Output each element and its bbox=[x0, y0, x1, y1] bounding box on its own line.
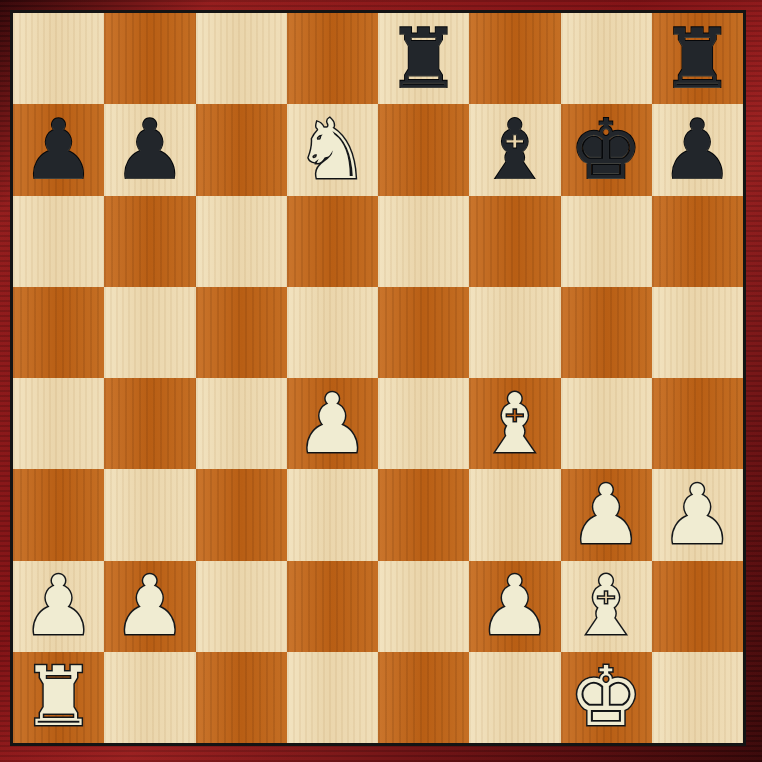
square-b3[interactable] bbox=[104, 469, 195, 560]
square-b7[interactable]: ♟ bbox=[104, 104, 195, 195]
white-pawn-icon: ♟ bbox=[296, 383, 370, 465]
square-h1[interactable] bbox=[652, 652, 743, 743]
white-bishop-icon: ♝ bbox=[478, 383, 552, 465]
square-g8[interactable] bbox=[561, 13, 652, 104]
white-bishop-icon: ♝ bbox=[569, 565, 643, 647]
chess-board: ♜♜♟♟♞♝♚♟♟♝♟♟♟♟♟♝♜♚ bbox=[10, 10, 746, 746]
square-c3[interactable] bbox=[196, 469, 287, 560]
square-e3[interactable] bbox=[378, 469, 469, 560]
black-rook-icon: ♜ bbox=[387, 18, 461, 100]
black-pawn-icon: ♟ bbox=[661, 109, 735, 191]
square-b6[interactable] bbox=[104, 196, 195, 287]
white-knight-icon: ♞ bbox=[296, 109, 370, 191]
square-f1[interactable] bbox=[469, 652, 560, 743]
square-a3[interactable] bbox=[13, 469, 104, 560]
square-d8[interactable] bbox=[287, 13, 378, 104]
square-d2[interactable] bbox=[287, 561, 378, 652]
square-h5[interactable] bbox=[652, 287, 743, 378]
square-d1[interactable] bbox=[287, 652, 378, 743]
square-a2[interactable]: ♟ bbox=[13, 561, 104, 652]
square-e5[interactable] bbox=[378, 287, 469, 378]
square-c8[interactable] bbox=[196, 13, 287, 104]
square-g7[interactable]: ♚ bbox=[561, 104, 652, 195]
black-pawn-icon: ♟ bbox=[113, 109, 187, 191]
square-c4[interactable] bbox=[196, 378, 287, 469]
square-a8[interactable] bbox=[13, 13, 104, 104]
square-h2[interactable] bbox=[652, 561, 743, 652]
square-c7[interactable] bbox=[196, 104, 287, 195]
square-a1[interactable]: ♜ bbox=[13, 652, 104, 743]
white-pawn-icon: ♟ bbox=[113, 565, 187, 647]
square-d3[interactable] bbox=[287, 469, 378, 560]
square-c5[interactable] bbox=[196, 287, 287, 378]
white-pawn-icon: ♟ bbox=[569, 474, 643, 556]
square-b1[interactable] bbox=[104, 652, 195, 743]
square-b8[interactable] bbox=[104, 13, 195, 104]
square-f4[interactable]: ♝ bbox=[469, 378, 560, 469]
black-pawn-icon: ♟ bbox=[22, 109, 96, 191]
square-b2[interactable]: ♟ bbox=[104, 561, 195, 652]
square-h3[interactable]: ♟ bbox=[652, 469, 743, 560]
black-king-icon: ♚ bbox=[569, 109, 643, 191]
square-g4[interactable] bbox=[561, 378, 652, 469]
square-c2[interactable] bbox=[196, 561, 287, 652]
square-e8[interactable]: ♜ bbox=[378, 13, 469, 104]
square-g2[interactable]: ♝ bbox=[561, 561, 652, 652]
black-bishop-icon: ♝ bbox=[478, 109, 552, 191]
square-e4[interactable] bbox=[378, 378, 469, 469]
square-c6[interactable] bbox=[196, 196, 287, 287]
square-f8[interactable] bbox=[469, 13, 560, 104]
white-king-icon: ♚ bbox=[569, 656, 643, 738]
white-rook-icon: ♜ bbox=[22, 656, 96, 738]
square-d6[interactable] bbox=[287, 196, 378, 287]
square-c1[interactable] bbox=[196, 652, 287, 743]
square-b5[interactable] bbox=[104, 287, 195, 378]
square-f2[interactable]: ♟ bbox=[469, 561, 560, 652]
square-f5[interactable] bbox=[469, 287, 560, 378]
square-h8[interactable]: ♜ bbox=[652, 13, 743, 104]
white-pawn-icon: ♟ bbox=[661, 474, 735, 556]
square-f3[interactable] bbox=[469, 469, 560, 560]
square-f7[interactable]: ♝ bbox=[469, 104, 560, 195]
square-g1[interactable]: ♚ bbox=[561, 652, 652, 743]
white-pawn-icon: ♟ bbox=[22, 565, 96, 647]
square-d4[interactable]: ♟ bbox=[287, 378, 378, 469]
square-e2[interactable] bbox=[378, 561, 469, 652]
square-a7[interactable]: ♟ bbox=[13, 104, 104, 195]
board-frame: ♜♜♟♟♞♝♚♟♟♝♟♟♟♟♟♝♜♚ bbox=[0, 0, 762, 762]
white-pawn-icon: ♟ bbox=[478, 565, 552, 647]
square-a6[interactable] bbox=[13, 196, 104, 287]
square-e6[interactable] bbox=[378, 196, 469, 287]
square-h7[interactable]: ♟ bbox=[652, 104, 743, 195]
square-g3[interactable]: ♟ bbox=[561, 469, 652, 560]
square-e7[interactable] bbox=[378, 104, 469, 195]
square-h4[interactable] bbox=[652, 378, 743, 469]
square-g5[interactable] bbox=[561, 287, 652, 378]
black-rook-icon: ♜ bbox=[661, 18, 735, 100]
square-a5[interactable] bbox=[13, 287, 104, 378]
square-e1[interactable] bbox=[378, 652, 469, 743]
square-h6[interactable] bbox=[652, 196, 743, 287]
square-f6[interactable] bbox=[469, 196, 560, 287]
square-d7[interactable]: ♞ bbox=[287, 104, 378, 195]
square-a4[interactable] bbox=[13, 378, 104, 469]
square-g6[interactable] bbox=[561, 196, 652, 287]
square-d5[interactable] bbox=[287, 287, 378, 378]
square-b4[interactable] bbox=[104, 378, 195, 469]
